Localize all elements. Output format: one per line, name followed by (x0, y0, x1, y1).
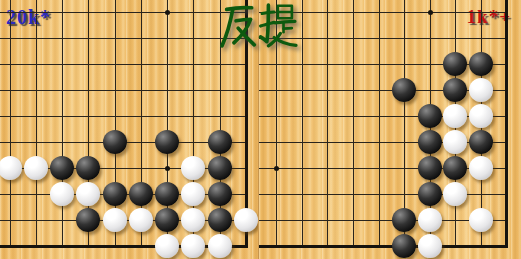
white-stone (50, 182, 74, 206)
white-stone (443, 130, 467, 154)
grid-hline (259, 194, 508, 195)
black-stone (418, 130, 442, 154)
black-stone (443, 156, 467, 180)
black-stone (129, 182, 153, 206)
rank-label-left: 20k* (6, 6, 51, 29)
white-stone (208, 234, 232, 258)
white-stone (418, 208, 442, 232)
black-stone (208, 182, 232, 206)
go-problems-screenshot: 20k* 1k*+ (0, 0, 521, 259)
white-stone (443, 104, 467, 128)
black-stone (155, 182, 179, 206)
black-stone (418, 156, 442, 180)
white-stone (181, 234, 205, 258)
grid-hline (0, 38, 248, 39)
white-stone (129, 208, 153, 232)
black-stone (392, 78, 416, 102)
black-stone (208, 208, 232, 232)
white-stone (181, 182, 205, 206)
star-point (274, 166, 279, 171)
white-stone (181, 208, 205, 232)
black-stone (76, 208, 100, 232)
board-right-edge (505, 0, 508, 248)
black-stone (76, 156, 100, 180)
white-stone (181, 156, 205, 180)
grid-hline (0, 12, 248, 13)
white-stone (418, 234, 442, 258)
problem-title (220, 1, 298, 49)
black-stone (443, 52, 467, 76)
grid-vline (36, 0, 37, 248)
white-stone (76, 182, 100, 206)
grid-vline (379, 0, 380, 248)
black-stone (392, 234, 416, 258)
white-stone (24, 156, 48, 180)
grid-vline (327, 0, 328, 248)
grid-hline (0, 116, 248, 117)
title-hanzi-fanti (220, 1, 298, 49)
black-stone (469, 52, 493, 76)
star-point (428, 10, 433, 15)
white-stone (0, 156, 22, 180)
black-stone (155, 208, 179, 232)
white-stone (469, 208, 493, 232)
white-stone (443, 182, 467, 206)
white-stone (234, 208, 258, 232)
black-stone (103, 182, 127, 206)
black-stone (208, 130, 232, 154)
black-stone (103, 130, 127, 154)
white-stone (469, 104, 493, 128)
grid-vline (10, 0, 11, 248)
white-stone (469, 78, 493, 102)
white-stone (469, 156, 493, 180)
black-stone (155, 130, 179, 154)
black-stone (208, 156, 232, 180)
black-stone (418, 104, 442, 128)
grid-hline (0, 90, 248, 91)
grid-vline (353, 0, 354, 248)
black-stone (50, 156, 74, 180)
grid-vline (62, 0, 63, 248)
white-stone (155, 234, 179, 258)
white-stone (103, 208, 127, 232)
black-stone (469, 130, 493, 154)
black-stone (418, 182, 442, 206)
grid-hline (0, 64, 248, 65)
black-stone (392, 208, 416, 232)
star-point (165, 10, 170, 15)
star-point (165, 166, 170, 171)
black-stone (443, 78, 467, 102)
grid-vline (302, 0, 303, 248)
board-bottom-edge (259, 245, 508, 248)
